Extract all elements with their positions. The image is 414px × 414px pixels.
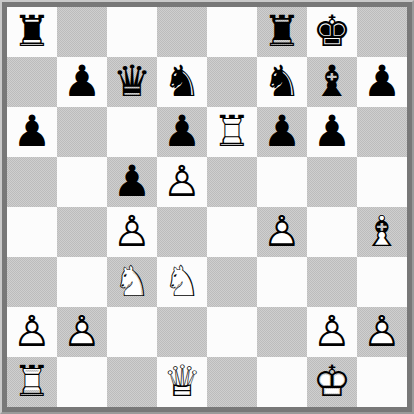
square-c8[interactable]: [107, 7, 157, 57]
white-p-piece: ♙: [157, 157, 207, 207]
white-q-piece: ♕: [157, 357, 207, 407]
square-f5[interactable]: [257, 157, 307, 207]
white-q-piece-fill: ♛: [157, 357, 207, 407]
square-h2[interactable]: ♟♙: [357, 307, 407, 357]
white-b-piece-fill: ♝: [357, 207, 407, 257]
square-g7[interactable]: ♝: [307, 57, 357, 107]
square-f2[interactable]: [257, 307, 307, 357]
square-g3[interactable]: [307, 257, 357, 307]
square-e5[interactable]: [207, 157, 257, 207]
square-b2[interactable]: ♟♙: [57, 307, 107, 357]
square-c2[interactable]: [107, 307, 157, 357]
square-e2[interactable]: [207, 307, 257, 357]
black-n-piece: ♞: [157, 57, 207, 107]
white-r-piece-fill: ♜: [7, 357, 57, 407]
square-a1[interactable]: ♜♖: [7, 357, 57, 407]
square-h6[interactable]: [357, 107, 407, 157]
white-k-piece: ♔: [307, 357, 357, 407]
white-b-piece: ♗: [357, 207, 407, 257]
white-p-piece: ♙: [257, 207, 307, 257]
square-g5[interactable]: [307, 157, 357, 207]
black-n-piece: ♞: [257, 57, 307, 107]
white-n-piece: ♘: [107, 257, 157, 307]
square-g4[interactable]: [307, 207, 357, 257]
black-p-piece: ♟: [57, 57, 107, 107]
square-a5[interactable]: [7, 157, 57, 207]
square-a8[interactable]: ♜: [7, 7, 57, 57]
square-c3[interactable]: ♞♘: [107, 257, 157, 307]
square-h1[interactable]: [357, 357, 407, 407]
square-b1[interactable]: [57, 357, 107, 407]
square-d6[interactable]: ♟: [157, 107, 207, 157]
white-p-piece: ♙: [357, 307, 407, 357]
white-p-piece-fill: ♟: [7, 307, 57, 357]
white-p-piece-fill: ♟: [157, 157, 207, 207]
square-e7[interactable]: [207, 57, 257, 107]
white-r-piece-fill: ♜: [207, 107, 257, 157]
white-k-piece-fill: ♚: [307, 357, 357, 407]
black-k-piece: ♚: [307, 7, 357, 57]
square-c6[interactable]: [107, 107, 157, 157]
chess-board: ♜♜♚♟♛♞♞♝♟♟♟♜♖♟♟♟♟♙♟♙♟♙♝♗♞♘♞♘♟♙♟♙♟♙♟♙♜♖♛♕…: [7, 7, 407, 407]
square-e3[interactable]: [207, 257, 257, 307]
square-d2[interactable]: [157, 307, 207, 357]
square-h4[interactable]: ♝♗: [357, 207, 407, 257]
square-b3[interactable]: [57, 257, 107, 307]
white-r-piece: ♖: [207, 107, 257, 157]
white-p-piece-fill: ♟: [257, 207, 307, 257]
square-b7[interactable]: ♟: [57, 57, 107, 107]
white-p-piece: ♙: [57, 307, 107, 357]
white-n-piece-fill: ♞: [107, 257, 157, 307]
board-frame: ♜♜♚♟♛♞♞♝♟♟♟♜♖♟♟♟♟♙♟♙♟♙♝♗♞♘♞♘♟♙♟♙♟♙♟♙♜♖♛♕…: [2, 2, 412, 412]
square-d8[interactable]: [157, 7, 207, 57]
square-f7[interactable]: ♞: [257, 57, 307, 107]
black-b-piece: ♝: [307, 57, 357, 107]
black-r-piece: ♜: [7, 7, 57, 57]
square-a6[interactable]: ♟: [7, 107, 57, 157]
square-b5[interactable]: [57, 157, 107, 207]
black-p-piece: ♟: [157, 107, 207, 157]
white-p-piece-fill: ♟: [307, 307, 357, 357]
square-e4[interactable]: [207, 207, 257, 257]
square-e6[interactable]: ♜♖: [207, 107, 257, 157]
square-c1[interactable]: [107, 357, 157, 407]
black-p-piece: ♟: [357, 57, 407, 107]
square-h5[interactable]: [357, 157, 407, 207]
square-d5[interactable]: ♟♙: [157, 157, 207, 207]
square-a3[interactable]: [7, 257, 57, 307]
square-c5[interactable]: ♟: [107, 157, 157, 207]
square-a7[interactable]: [7, 57, 57, 107]
square-d4[interactable]: [157, 207, 207, 257]
square-c4[interactable]: ♟♙: [107, 207, 157, 257]
square-f4[interactable]: ♟♙: [257, 207, 307, 257]
square-g1[interactable]: ♚♔: [307, 357, 357, 407]
square-f1[interactable]: [257, 357, 307, 407]
square-a2[interactable]: ♟♙: [7, 307, 57, 357]
black-r-piece: ♜: [257, 7, 307, 57]
white-p-piece: ♙: [107, 207, 157, 257]
square-h3[interactable]: [357, 257, 407, 307]
square-e8[interactable]: [207, 7, 257, 57]
black-q-piece: ♛: [107, 57, 157, 107]
square-b8[interactable]: [57, 7, 107, 57]
square-c7[interactable]: ♛: [107, 57, 157, 107]
black-p-piece: ♟: [7, 107, 57, 157]
square-a4[interactable]: [7, 207, 57, 257]
square-h7[interactable]: ♟: [357, 57, 407, 107]
square-f6[interactable]: ♟: [257, 107, 307, 157]
square-d7[interactable]: ♞: [157, 57, 207, 107]
square-d1[interactable]: ♛♕: [157, 357, 207, 407]
square-f3[interactable]: [257, 257, 307, 307]
square-d3[interactable]: ♞♘: [157, 257, 207, 307]
square-g6[interactable]: ♟: [307, 107, 357, 157]
white-p-piece-fill: ♟: [57, 307, 107, 357]
white-r-piece: ♖: [7, 357, 57, 407]
white-p-piece: ♙: [307, 307, 357, 357]
square-g2[interactable]: ♟♙: [307, 307, 357, 357]
chess-diagram: ♜♜♚♟♛♞♞♝♟♟♟♜♖♟♟♟♟♙♟♙♟♙♝♗♞♘♞♘♟♙♟♙♟♙♟♙♜♖♛♕…: [0, 0, 414, 414]
white-p-piece: ♙: [7, 307, 57, 357]
black-p-piece: ♟: [107, 157, 157, 207]
white-n-piece-fill: ♞: [157, 257, 207, 307]
square-g8[interactable]: ♚: [307, 7, 357, 57]
white-n-piece: ♘: [157, 257, 207, 307]
square-b6[interactable]: [57, 107, 107, 157]
square-b4[interactable]: [57, 207, 107, 257]
white-p-piece-fill: ♟: [107, 207, 157, 257]
square-e1[interactable]: [207, 357, 257, 407]
black-p-piece: ♟: [257, 107, 307, 157]
square-f8[interactable]: ♜: [257, 7, 307, 57]
white-p-piece-fill: ♟: [357, 307, 407, 357]
square-h8[interactable]: [357, 7, 407, 57]
black-p-piece: ♟: [307, 107, 357, 157]
